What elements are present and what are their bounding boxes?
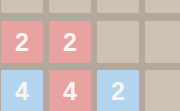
tile-2: 2 xyxy=(49,21,91,63)
tile-4: 4 xyxy=(1,70,43,111)
empty-cell xyxy=(97,0,139,13)
game-board: 22442 xyxy=(0,0,180,111)
empty-cell xyxy=(1,0,43,13)
tile-2: 2 xyxy=(1,21,43,63)
tile-2: 2 xyxy=(97,70,139,111)
empty-cell xyxy=(145,21,180,63)
empty-cell xyxy=(145,70,180,111)
empty-cell xyxy=(145,0,180,13)
empty-cell xyxy=(97,21,139,63)
tile-4: 4 xyxy=(49,70,91,111)
empty-cell xyxy=(49,0,91,13)
